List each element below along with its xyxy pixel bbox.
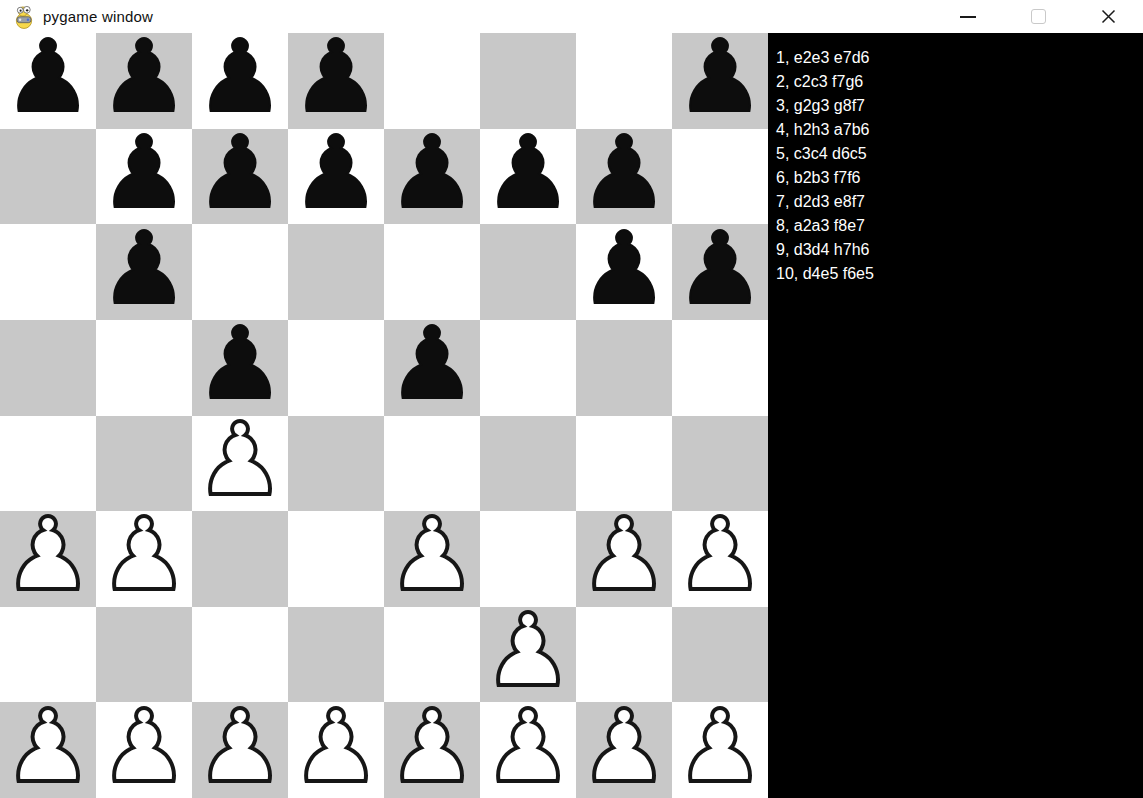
square-a2[interactable] (0, 607, 96, 703)
square-f2[interactable]: ♟ (480, 607, 576, 703)
black-pawn: ♟ (675, 33, 765, 124)
titlebar: pygame window (0, 0, 1143, 33)
square-a8[interactable]: ♟ (0, 33, 96, 129)
square-d3[interactable] (288, 511, 384, 607)
move-line: 7, d2d3 e8f7 (776, 190, 1143, 214)
close-button[interactable] (1085, 0, 1131, 33)
square-g1[interactable]: ♟ (576, 702, 672, 798)
black-pawn: ♟ (99, 129, 189, 220)
white-pawn: ♟ (3, 702, 93, 793)
square-b7[interactable]: ♟ (96, 129, 192, 225)
app-content: ♟♟♟♟♟♟♟♟♟♟♟♟♟♟♟♟♟♟♟♟♟♟♟♟♟♟♟♟♟♟♟ 1, e2e3 … (0, 33, 1143, 798)
square-b1[interactable]: ♟ (96, 702, 192, 798)
square-c8[interactable]: ♟ (192, 33, 288, 129)
square-e6[interactable] (384, 224, 480, 320)
move-line: 2, c2c3 f7g6 (776, 70, 1143, 94)
white-pawn: ♟ (291, 702, 381, 793)
square-f7[interactable]: ♟ (480, 129, 576, 225)
square-c4[interactable]: ♟ (192, 416, 288, 512)
chess-board: ♟♟♟♟♟♟♟♟♟♟♟♟♟♟♟♟♟♟♟♟♟♟♟♟♟♟♟♟♟♟♟ (0, 33, 768, 798)
square-b4[interactable] (96, 416, 192, 512)
move-line: 3, g2g3 g8f7 (776, 94, 1143, 118)
white-pawn: ♟ (579, 511, 669, 602)
square-g5[interactable] (576, 320, 672, 416)
white-pawn: ♟ (99, 511, 189, 602)
square-g6[interactable]: ♟ (576, 224, 672, 320)
maximize-button[interactable] (1015, 0, 1061, 33)
black-pawn: ♟ (579, 129, 669, 220)
square-c2[interactable] (192, 607, 288, 703)
white-pawn: ♟ (579, 702, 669, 793)
square-a3[interactable]: ♟ (0, 511, 96, 607)
move-line: 8, a2a3 f8e7 (776, 214, 1143, 238)
move-line: 1, e2e3 e7d6 (776, 46, 1143, 70)
black-pawn: ♟ (195, 33, 285, 124)
square-h7[interactable] (672, 129, 768, 225)
square-d4[interactable] (288, 416, 384, 512)
move-line: 4, h2h3 a7b6 (776, 118, 1143, 142)
square-h1[interactable]: ♟ (672, 702, 768, 798)
square-d5[interactable] (288, 320, 384, 416)
black-pawn: ♟ (675, 224, 765, 315)
square-c6[interactable] (192, 224, 288, 320)
square-h6[interactable]: ♟ (672, 224, 768, 320)
square-f3[interactable] (480, 511, 576, 607)
move-line: 5, c3c4 d6c5 (776, 142, 1143, 166)
square-c3[interactable] (192, 511, 288, 607)
square-d8[interactable]: ♟ (288, 33, 384, 129)
move-line: 9, d3d4 h7h6 (776, 238, 1143, 262)
black-pawn: ♟ (483, 129, 573, 220)
white-pawn: ♟ (483, 702, 573, 793)
square-g3[interactable]: ♟ (576, 511, 672, 607)
black-pawn: ♟ (195, 129, 285, 220)
black-pawn: ♟ (387, 320, 477, 411)
square-d7[interactable]: ♟ (288, 129, 384, 225)
square-a1[interactable]: ♟ (0, 702, 96, 798)
square-c5[interactable]: ♟ (192, 320, 288, 416)
white-pawn: ♟ (483, 607, 573, 698)
square-e3[interactable]: ♟ (384, 511, 480, 607)
square-g2[interactable] (576, 607, 672, 703)
white-pawn: ♟ (3, 511, 93, 602)
white-pawn: ♟ (387, 702, 477, 793)
minimize-icon (960, 16, 976, 18)
white-pawn: ♟ (195, 702, 285, 793)
square-e1[interactable]: ♟ (384, 702, 480, 798)
white-pawn: ♟ (387, 511, 477, 602)
square-f6[interactable] (480, 224, 576, 320)
move-line: 10, d4e5 f6e5 (776, 262, 1143, 286)
white-pawn: ♟ (675, 511, 765, 602)
square-f4[interactable] (480, 416, 576, 512)
square-h2[interactable] (672, 607, 768, 703)
square-d2[interactable] (288, 607, 384, 703)
square-e7[interactable]: ♟ (384, 129, 480, 225)
close-icon (1101, 9, 1116, 24)
black-pawn: ♟ (195, 320, 285, 411)
white-pawn: ♟ (675, 702, 765, 793)
square-a4[interactable] (0, 416, 96, 512)
white-pawn: ♟ (195, 416, 285, 507)
square-g4[interactable] (576, 416, 672, 512)
square-b6[interactable]: ♟ (96, 224, 192, 320)
square-e8[interactable] (384, 33, 480, 129)
square-f8[interactable] (480, 33, 576, 129)
black-pawn: ♟ (291, 129, 381, 220)
square-h5[interactable] (672, 320, 768, 416)
square-c7[interactable]: ♟ (192, 129, 288, 225)
black-pawn: ♟ (3, 33, 93, 124)
square-b3[interactable]: ♟ (96, 511, 192, 607)
square-e2[interactable] (384, 607, 480, 703)
square-h3[interactable]: ♟ (672, 511, 768, 607)
pygame-window: pygame window ♟♟♟♟♟♟♟♟♟♟♟♟♟♟♟♟♟♟♟♟♟♟♟♟♟♟… (0, 0, 1143, 798)
square-a6[interactable] (0, 224, 96, 320)
square-b5[interactable] (96, 320, 192, 416)
square-a7[interactable] (0, 129, 96, 225)
black-pawn: ♟ (387, 129, 477, 220)
white-pawn: ♟ (99, 702, 189, 793)
pygame-snake-icon (13, 5, 35, 29)
square-h4[interactable] (672, 416, 768, 512)
black-pawn: ♟ (579, 224, 669, 315)
move-list-panel: 1, e2e3 e7d62, c2c3 f7g63, g2g3 g8f74, h… (768, 33, 1143, 798)
maximize-icon (1031, 9, 1046, 24)
square-g7[interactable]: ♟ (576, 129, 672, 225)
square-a5[interactable] (0, 320, 96, 416)
square-g8[interactable] (576, 33, 672, 129)
square-f1[interactable]: ♟ (480, 702, 576, 798)
square-h8[interactable]: ♟ (672, 33, 768, 129)
square-e4[interactable] (384, 416, 480, 512)
window-title: pygame window (43, 8, 153, 25)
window-controls (945, 0, 1143, 33)
square-d6[interactable] (288, 224, 384, 320)
square-b8[interactable]: ♟ (96, 33, 192, 129)
move-line: 6, b2b3 f7f6 (776, 166, 1143, 190)
square-d1[interactable]: ♟ (288, 702, 384, 798)
black-pawn: ♟ (291, 33, 381, 124)
minimize-button[interactable] (945, 0, 991, 33)
square-b2[interactable] (96, 607, 192, 703)
square-c1[interactable]: ♟ (192, 702, 288, 798)
black-pawn: ♟ (99, 224, 189, 315)
square-e5[interactable]: ♟ (384, 320, 480, 416)
square-f5[interactable] (480, 320, 576, 416)
black-pawn: ♟ (99, 33, 189, 124)
